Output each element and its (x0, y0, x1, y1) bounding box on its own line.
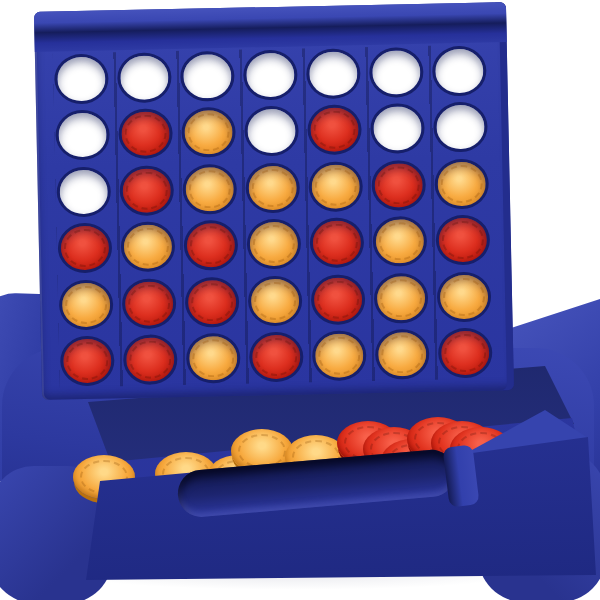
cell-r2c1[interactable] (55, 110, 110, 161)
cell-r1c6[interactable] (368, 47, 423, 98)
cell-r5c1[interactable] (58, 279, 113, 330)
cell-r2c5[interactable] (307, 105, 362, 156)
cell-r6c4[interactable] (248, 331, 303, 382)
cell-r3c2[interactable] (119, 165, 174, 216)
cell-r1c5[interactable] (305, 48, 360, 99)
cell-r2c6[interactable] (369, 103, 424, 154)
cell-r4c5[interactable] (309, 217, 364, 268)
cell-r2c4[interactable] (244, 106, 299, 157)
connect-four-scene (0, 0, 600, 600)
cell-r1c7[interactable] (431, 46, 486, 97)
cell-r4c1[interactable] (57, 223, 112, 274)
board-grid (53, 45, 494, 388)
cell-r4c4[interactable] (246, 219, 301, 270)
cell-r1c2[interactable] (116, 52, 171, 103)
cell-r2c2[interactable] (118, 109, 173, 160)
cell-r6c2[interactable] (122, 334, 177, 385)
board-panel (34, 2, 514, 400)
cell-r5c2[interactable] (121, 278, 176, 329)
cell-r5c4[interactable] (247, 275, 302, 326)
cell-r4c3[interactable] (183, 220, 238, 271)
cell-r4c7[interactable] (435, 215, 490, 266)
cell-r1c4[interactable] (242, 49, 297, 100)
cell-r1c3[interactable] (179, 51, 234, 102)
cell-r5c7[interactable] (436, 271, 491, 322)
cell-r3c7[interactable] (434, 158, 489, 209)
cell-r5c5[interactable] (310, 274, 365, 325)
cell-r2c7[interactable] (432, 102, 487, 153)
cell-r3c1[interactable] (56, 166, 111, 217)
cell-r6c3[interactable] (185, 333, 240, 384)
cell-r4c2[interactable] (120, 221, 175, 272)
cell-r3c4[interactable] (245, 162, 300, 213)
cell-r5c6[interactable] (373, 272, 428, 323)
cell-r6c1[interactable] (59, 335, 114, 386)
cell-r6c5[interactable] (311, 330, 366, 381)
cell-r3c5[interactable] (308, 161, 363, 212)
cell-r6c7[interactable] (437, 327, 492, 378)
cell-r3c6[interactable] (371, 160, 426, 211)
cell-r6c6[interactable] (374, 329, 429, 380)
cell-r1c1[interactable] (53, 53, 108, 104)
cell-r5c3[interactable] (184, 276, 239, 327)
cell-r3c3[interactable] (182, 164, 237, 215)
cell-r2c3[interactable] (181, 107, 236, 158)
cell-r4c6[interactable] (372, 216, 427, 267)
board-top-rail (34, 2, 507, 52)
